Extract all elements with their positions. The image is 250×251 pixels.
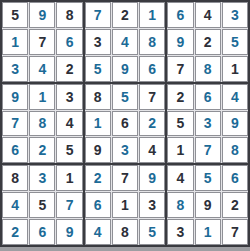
cell-r9c3-entered[interactable]: 9 — [56, 219, 82, 245]
cell-r3c2-entered[interactable]: 4 — [29, 56, 55, 82]
cell-r1c7-entered[interactable]: 6 — [167, 2, 193, 28]
cell-r9c1-entered[interactable]: 2 — [2, 219, 28, 245]
cell-r9c5-given[interactable]: 8 — [112, 219, 138, 245]
cell-r6c1-entered[interactable]: 6 — [2, 137, 28, 163]
cell-r2c7-entered[interactable]: 9 — [167, 29, 193, 55]
box-3: 643925781 — [167, 2, 248, 82]
cell-r8c7-entered[interactable]: 8 — [167, 192, 193, 218]
cell-r8c4-entered[interactable]: 6 — [85, 192, 111, 218]
cell-r5c5-given[interactable]: 6 — [112, 111, 138, 137]
box-7: 831457269 — [2, 165, 83, 245]
cell-r1c2-entered[interactable]: 9 — [29, 2, 55, 28]
cell-r6c7-given[interactable]: 1 — [167, 137, 193, 163]
cell-r7c3-given[interactable]: 1 — [56, 165, 82, 191]
cell-r5c6-entered[interactable]: 2 — [139, 111, 165, 137]
cell-r5c2-entered[interactable]: 8 — [29, 111, 55, 137]
cell-r3c5-entered[interactable]: 9 — [112, 56, 138, 82]
cell-r2c6-entered[interactable]: 8 — [139, 29, 165, 55]
cell-r7c6-entered[interactable]: 9 — [139, 165, 165, 191]
cell-r4c8-entered[interactable]: 6 — [195, 84, 221, 110]
cell-r3c4-entered[interactable]: 5 — [85, 56, 111, 82]
cell-r1c9-entered[interactable]: 3 — [222, 2, 248, 28]
cell-r8c3-entered[interactable]: 7 — [56, 192, 82, 218]
cell-r8c9-given[interactable]: 2 — [222, 192, 248, 218]
cell-r4c3-given[interactable]: 3 — [56, 84, 82, 110]
cell-r5c8-entered[interactable]: 3 — [195, 111, 221, 137]
cell-r7c1-given[interactable]: 8 — [2, 165, 28, 191]
cell-r5c4-entered[interactable]: 1 — [85, 111, 111, 137]
cell-r9c2-entered[interactable]: 6 — [29, 219, 55, 245]
cell-r2c3-entered[interactable]: 6 — [56, 29, 82, 55]
cell-r2c9-entered[interactable]: 5 — [222, 29, 248, 55]
cell-r3c3-given[interactable]: 2 — [56, 56, 82, 82]
cell-r4c5-entered[interactable]: 5 — [112, 84, 138, 110]
cell-r3c7-given[interactable]: 7 — [167, 56, 193, 82]
cell-r4c2-entered[interactable]: 1 — [29, 84, 55, 110]
cell-r5c9-entered[interactable]: 9 — [222, 111, 248, 137]
cell-r2c2-given[interactable]: 7 — [29, 29, 55, 55]
cell-r3c8-entered[interactable]: 8 — [195, 56, 221, 82]
cell-r3c9-given[interactable]: 1 — [222, 56, 248, 82]
sudoku-board: 5981763427213485966439257819137846258571… — [0, 0, 250, 247]
cell-r1c1-given[interactable]: 5 — [2, 2, 28, 28]
cell-r1c6-entered[interactable]: 1 — [139, 2, 165, 28]
cell-r7c4-entered[interactable]: 2 — [85, 165, 111, 191]
cell-r7c9-entered[interactable]: 6 — [222, 165, 248, 191]
cell-r1c4-entered[interactable]: 7 — [85, 2, 111, 28]
cell-r2c1-entered[interactable]: 1 — [2, 29, 28, 55]
box-5: 857162934 — [85, 84, 166, 164]
cell-r8c6-given[interactable]: 3 — [139, 192, 165, 218]
board-bottom-shadow — [0, 247, 250, 251]
cell-r9c7-given[interactable]: 3 — [167, 219, 193, 245]
cell-r2c5-entered[interactable]: 4 — [112, 29, 138, 55]
cell-r1c3-given[interactable]: 8 — [56, 2, 82, 28]
cell-r8c5-given[interactable]: 1 — [112, 192, 138, 218]
cell-r4c1-entered[interactable]: 9 — [2, 84, 28, 110]
box-6: 264539178 — [167, 84, 248, 164]
cell-r4c6-given[interactable]: 7 — [139, 84, 165, 110]
cell-r9c8-entered[interactable]: 1 — [195, 219, 221, 245]
cell-r7c8-entered[interactable]: 5 — [195, 165, 221, 191]
cell-r6c4-given[interactable]: 9 — [85, 137, 111, 163]
box-9: 456892317 — [167, 165, 248, 245]
cell-r2c8-given[interactable]: 2 — [195, 29, 221, 55]
cell-r3c1-entered[interactable]: 3 — [2, 56, 28, 82]
cell-r1c8-given[interactable]: 4 — [195, 2, 221, 28]
box-1: 598176342 — [2, 2, 83, 82]
cell-r4c4-given[interactable]: 8 — [85, 84, 111, 110]
cell-r6c9-entered[interactable]: 8 — [222, 137, 248, 163]
cell-r5c3-given[interactable]: 4 — [56, 111, 82, 137]
cell-r4c9-entered[interactable]: 4 — [222, 84, 248, 110]
cell-r6c3-given[interactable]: 5 — [56, 137, 82, 163]
cell-r7c5-given[interactable]: 7 — [112, 165, 138, 191]
cell-r6c6-given[interactable]: 4 — [139, 137, 165, 163]
cell-r4c7-given[interactable]: 2 — [167, 84, 193, 110]
cell-r9c4-entered[interactable]: 4 — [85, 219, 111, 245]
cell-r7c7-given[interactable]: 4 — [167, 165, 193, 191]
cell-r7c2-entered[interactable]: 3 — [29, 165, 55, 191]
box-4: 913784625 — [2, 84, 83, 164]
cell-r3c6-entered[interactable]: 6 — [139, 56, 165, 82]
box-8: 279613485 — [85, 165, 166, 245]
cell-r8c2-given[interactable]: 5 — [29, 192, 55, 218]
cell-r6c5-entered[interactable]: 3 — [112, 137, 138, 163]
cell-r5c1-entered[interactable]: 7 — [2, 111, 28, 137]
cell-r9c9-given[interactable]: 7 — [222, 219, 248, 245]
cell-r5c7-given[interactable]: 5 — [167, 111, 193, 137]
cell-r6c8-entered[interactable]: 7 — [195, 137, 221, 163]
cell-r6c2-entered[interactable]: 2 — [29, 137, 55, 163]
cell-r1c5-given[interactable]: 2 — [112, 2, 138, 28]
cell-r9c6-entered[interactable]: 5 — [139, 219, 165, 245]
cell-r8c1-entered[interactable]: 4 — [2, 192, 28, 218]
cell-r8c8-given[interactable]: 9 — [195, 192, 221, 218]
box-2: 721348596 — [85, 2, 166, 82]
cell-r2c4-given[interactable]: 3 — [85, 29, 111, 55]
